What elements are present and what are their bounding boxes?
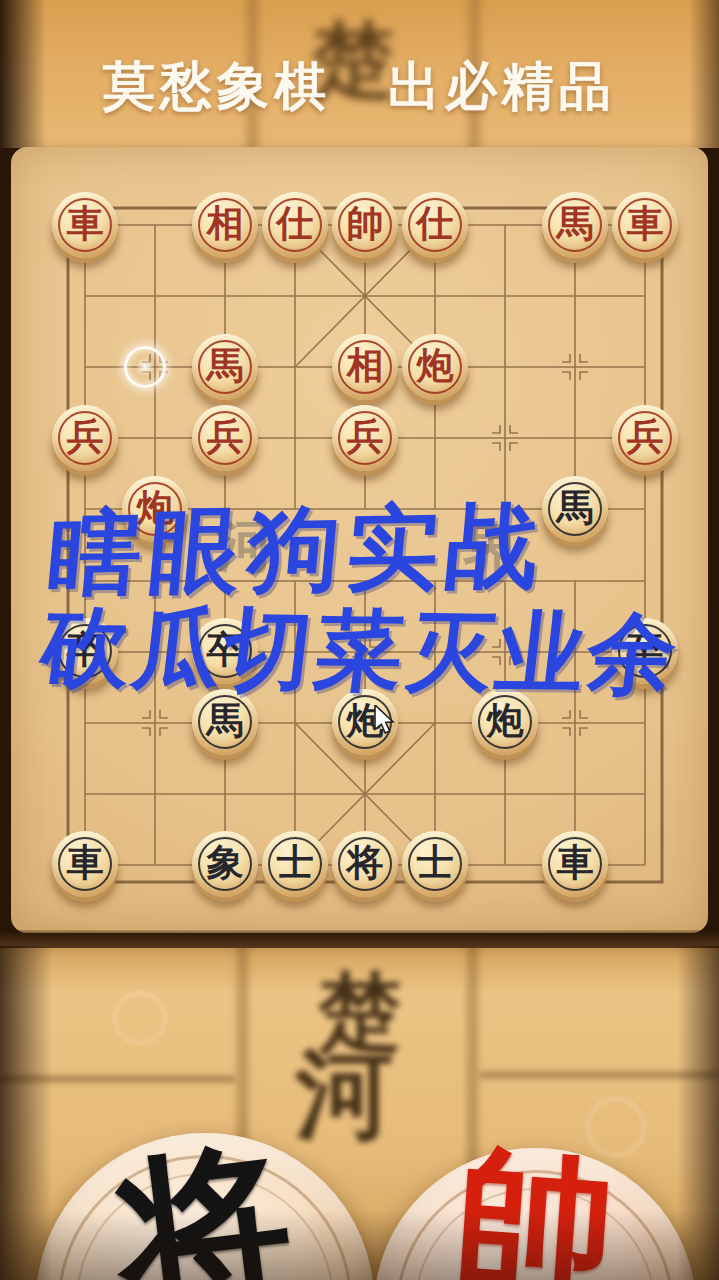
piece-black-cannon[interactable]: 炮 (472, 689, 538, 755)
piece-red-cannon[interactable]: 炮 (122, 476, 188, 542)
piece-red-soldier[interactable]: 兵 (332, 405, 398, 471)
piece-black-soldier[interactable]: 卒 (52, 618, 118, 684)
piece-black-soldier[interactable]: 卒 (612, 618, 678, 684)
piece-black-horse[interactable]: 馬 (192, 689, 258, 755)
piece-red-king[interactable]: 帥 (332, 192, 398, 258)
screen: 楚 莫愁象棋 出必精品 河 界 車相仕帥仕馬車馬相炮兵兵兵兵炮馬卒卒卒馬炮炮車象… (0, 0, 719, 1280)
piece-black-horse[interactable]: 馬 (542, 476, 608, 542)
piece-red-elephant[interactable]: 相 (192, 192, 258, 258)
piece-black-king[interactable]: 将 (332, 831, 398, 897)
piece-red-advisor[interactable]: 仕 (262, 192, 328, 258)
piece-red-horse[interactable]: 馬 (192, 334, 258, 400)
bottom-vignette (0, 1210, 719, 1280)
piece-black-chariot[interactable]: 車 (52, 831, 118, 897)
xiangqi-board[interactable]: 河 界 車相仕帥仕馬車馬相炮兵兵兵兵炮馬卒卒卒馬炮炮車象士将士車 (11, 147, 708, 933)
pieces-grid: 車相仕帥仕馬車馬相炮兵兵兵兵炮馬卒卒卒馬炮炮車象士将士車 (50, 189, 680, 900)
watermark-ring (112, 990, 168, 1046)
piece-red-soldier[interactable]: 兵 (52, 405, 118, 471)
piece-red-cannon[interactable]: 炮 (402, 334, 468, 400)
piece-red-horse[interactable]: 馬 (542, 192, 608, 258)
app-banner-title: 莫愁象棋 出必精品 (0, 52, 719, 122)
piece-black-soldier[interactable]: 卒 (192, 618, 258, 684)
piece-red-elephant[interactable]: 相 (332, 334, 398, 400)
piece-red-soldier[interactable]: 兵 (192, 405, 258, 471)
board-bottom-shadow (0, 930, 719, 948)
piece-red-advisor[interactable]: 仕 (402, 192, 468, 258)
piece-black-chariot[interactable]: 車 (542, 831, 608, 897)
piece-black-elephant[interactable]: 象 (192, 831, 258, 897)
piece-red-chariot[interactable]: 車 (612, 192, 678, 258)
piece-black-advisor[interactable]: 士 (262, 831, 328, 897)
piece-red-soldier[interactable]: 兵 (612, 405, 678, 471)
piece-red-chariot[interactable]: 車 (52, 192, 118, 258)
piece-black-advisor[interactable]: 士 (402, 831, 468, 897)
mouse-cursor (373, 705, 399, 735)
